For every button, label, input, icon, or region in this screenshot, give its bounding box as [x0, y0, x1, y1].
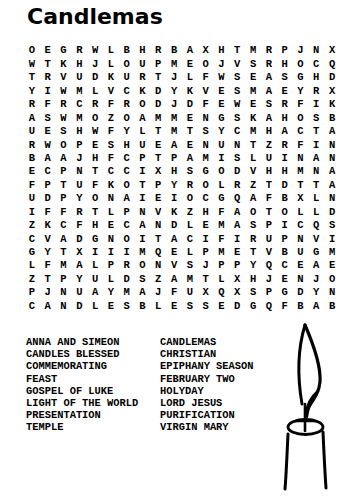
- grid-cell: O: [182, 192, 198, 205]
- grid-cell: H: [261, 165, 277, 178]
- grid-cell: S: [324, 219, 340, 232]
- grid-cell: V: [261, 246, 277, 259]
- candle-body-right: [323, 432, 326, 488]
- grid-cell: C: [119, 219, 135, 232]
- grid-cell: D: [229, 299, 245, 312]
- grid-cell: P: [56, 272, 72, 285]
- grid-cell: K: [103, 178, 119, 191]
- grid-cell: O: [198, 57, 214, 70]
- grid-cell: S: [135, 272, 151, 285]
- grid-cell: E: [198, 219, 214, 232]
- worksheet-page: { "game": "word-search", "title": "Candl…: [0, 0, 353, 500]
- grid-cell: E: [40, 125, 56, 138]
- grid-cell: A: [245, 192, 261, 205]
- grid-cell: Z: [24, 272, 40, 285]
- grid-cell: L: [87, 84, 103, 97]
- grid-cell: Y: [293, 84, 309, 97]
- word-list-item: LIGHT OF THE WORLD: [26, 397, 138, 409]
- grid-cell: L: [103, 57, 119, 70]
- grid-cell: K: [103, 71, 119, 84]
- grid-cell: A: [56, 152, 72, 165]
- grid-cell: P: [261, 286, 277, 299]
- grid-cell: A: [71, 259, 87, 272]
- grid-cell: F: [214, 232, 230, 245]
- grid-cell: Q: [261, 259, 277, 272]
- grid-cell: F: [166, 286, 182, 299]
- grid-cell: H: [277, 111, 293, 124]
- grid-cell: P: [261, 219, 277, 232]
- grid-cell: C: [40, 165, 56, 178]
- grid-cell: F: [40, 98, 56, 111]
- grid-cell: K: [40, 219, 56, 232]
- grid-cell: X: [71, 246, 87, 259]
- grid-cell: V: [229, 57, 245, 70]
- grid-cell: C: [277, 259, 293, 272]
- grid-cell: R: [150, 44, 166, 57]
- grid-cell: N: [324, 152, 340, 165]
- grid-cell: D: [324, 205, 340, 218]
- grid-cell: A: [182, 152, 198, 165]
- grid-cell: E: [214, 84, 230, 97]
- grid-cell: X: [324, 44, 340, 57]
- grid-cell: B: [293, 299, 309, 312]
- grid-cell: K: [324, 98, 340, 111]
- grid-cell: M: [293, 165, 309, 178]
- grid-cell: L: [150, 299, 166, 312]
- grid-cell: O: [119, 232, 135, 245]
- word-list-item: CANDLES BLESSED: [26, 348, 138, 360]
- grid-cell: S: [198, 299, 214, 312]
- puzzle-title: Candlemas: [27, 4, 163, 29]
- grid-cell: I: [135, 192, 151, 205]
- grid-cell: O: [87, 111, 103, 124]
- grid-cell: J: [87, 57, 103, 70]
- grid-cell: N: [308, 44, 324, 57]
- grid-cell: Y: [119, 125, 135, 138]
- grid-cell: A: [261, 71, 277, 84]
- grid-cell: I: [24, 205, 40, 218]
- grid-cell: A: [182, 44, 198, 57]
- grid-cell: B: [119, 44, 135, 57]
- grid-cell: E: [87, 138, 103, 151]
- grid-cell: Y: [166, 84, 182, 97]
- grid-cell: U: [261, 152, 277, 165]
- grid-cell: O: [293, 57, 309, 70]
- grid-cell: D: [119, 272, 135, 285]
- grid-cell: Z: [150, 272, 166, 285]
- word-list-item: CANDLEMAS: [160, 336, 254, 348]
- grid-cell: P: [24, 286, 40, 299]
- grid-cell: M: [198, 152, 214, 165]
- grid-cell: F: [261, 192, 277, 205]
- grid-cell: S: [229, 111, 245, 124]
- grid-cell: N: [71, 165, 87, 178]
- grid-cell: J: [293, 44, 309, 57]
- grid-cell: S: [198, 125, 214, 138]
- grid-cell: L: [245, 152, 261, 165]
- grid-cell: G: [87, 232, 103, 245]
- grid-cell: D: [182, 98, 198, 111]
- grid-cell: T: [56, 246, 72, 259]
- grid-cell: A: [166, 232, 182, 245]
- grid-cell: Z: [24, 219, 40, 232]
- grid-cell: V: [103, 84, 119, 97]
- grid-cell: B: [324, 299, 340, 312]
- grid-cell: P: [103, 259, 119, 272]
- grid-cell: E: [245, 71, 261, 84]
- grid-cell: A: [229, 205, 245, 218]
- grid-cell: W: [24, 57, 40, 70]
- grid-cell: T: [87, 205, 103, 218]
- grid-cell: N: [229, 138, 245, 151]
- grid-cell: O: [135, 98, 151, 111]
- grid-cell: C: [56, 219, 72, 232]
- grid-cell: L: [308, 192, 324, 205]
- grid-cell: J: [214, 57, 230, 70]
- grid-cell: S: [56, 125, 72, 138]
- grid-cell: C: [71, 98, 87, 111]
- word-list-item: VIRGIN MARY: [160, 421, 254, 433]
- grid-cell: N: [150, 219, 166, 232]
- grid-cell: O: [245, 205, 261, 218]
- grid-cell: M: [166, 111, 182, 124]
- grid-cell: L: [135, 125, 151, 138]
- grid-cell: T: [245, 246, 261, 259]
- grid-cell: I: [119, 246, 135, 259]
- grid-cell: L: [293, 205, 309, 218]
- grid-cell: V: [198, 84, 214, 97]
- grid-cell: D: [229, 165, 245, 178]
- grid-cell: M: [324, 246, 340, 259]
- grid-cell: N: [150, 259, 166, 272]
- grid-cell: A: [308, 259, 324, 272]
- grid-cell: P: [166, 152, 182, 165]
- grid-cell: Y: [40, 246, 56, 259]
- grid-cell: P: [71, 138, 87, 151]
- grid-cell: Y: [24, 84, 40, 97]
- grid-cell: X: [198, 286, 214, 299]
- grid-cell: L: [182, 219, 198, 232]
- grid-cell: X: [229, 286, 245, 299]
- grid-cell: R: [24, 138, 40, 151]
- grid-cell: N: [56, 286, 72, 299]
- grid-cell: U: [24, 192, 40, 205]
- grid-cell: H: [198, 205, 214, 218]
- candle-flame-left-stroke: [299, 325, 305, 404]
- grid-cell: E: [182, 57, 198, 70]
- grid-cell: I: [40, 84, 56, 97]
- grid-cell: W: [229, 98, 245, 111]
- grid-cell: W: [214, 71, 230, 84]
- grid-cell: C: [103, 165, 119, 178]
- grid-cell: B: [277, 246, 293, 259]
- word-list-item: PURIFICATION: [160, 409, 254, 421]
- grid-cell: L: [103, 272, 119, 285]
- grid-cell: M: [166, 125, 182, 138]
- grid-cell: E: [166, 246, 182, 259]
- grid-cell: M: [135, 246, 151, 259]
- grid-cell: G: [293, 71, 309, 84]
- grid-cell: Z: [103, 111, 119, 124]
- grid-cell: N: [56, 299, 72, 312]
- candle-illustration: [272, 320, 353, 500]
- grid-cell: N: [324, 138, 340, 151]
- grid-cell: Y: [166, 178, 182, 191]
- grid-cell: U: [71, 286, 87, 299]
- grid-cell: H: [277, 165, 293, 178]
- grid-cell: H: [166, 165, 182, 178]
- grid-cell: O: [87, 192, 103, 205]
- grid-cell: P: [277, 44, 293, 57]
- grid-cell: M: [71, 111, 87, 124]
- grid-cell: R: [24, 98, 40, 111]
- grid-cell: U: [24, 125, 40, 138]
- word-list-item: FEAST: [26, 373, 138, 385]
- grid-cell: C: [24, 232, 40, 245]
- grid-cell: B: [166, 44, 182, 57]
- grid-cell: J: [261, 272, 277, 285]
- grid-cell: A: [40, 152, 56, 165]
- grid-cell: S: [277, 71, 293, 84]
- grid-cell: S: [229, 152, 245, 165]
- grid-cell: W: [40, 138, 56, 151]
- word-list-left: ANNA AND SIMEONCANDLES BLESSEDCOMMEMORAT…: [26, 336, 138, 434]
- grid-cell: I: [277, 152, 293, 165]
- grid-cell: M: [245, 84, 261, 97]
- grid-cell: F: [24, 178, 40, 191]
- grid-cell: L: [214, 178, 230, 191]
- grid-cell: I: [308, 98, 324, 111]
- grid-cell: T: [150, 71, 166, 84]
- grid-cell: G: [24, 246, 40, 259]
- grid-cell: C: [24, 299, 40, 312]
- grid-cell: Q: [324, 57, 340, 70]
- grid-cell: M: [150, 111, 166, 124]
- grid-cell: H: [87, 219, 103, 232]
- grid-cell: C: [119, 152, 135, 165]
- grid-cell: N: [103, 232, 119, 245]
- grid-cell: J: [71, 152, 87, 165]
- word-list-item: CHRISTIAN: [160, 348, 254, 360]
- grid-cell: Z: [261, 138, 277, 151]
- grid-cell: E: [293, 259, 309, 272]
- grid-cell: U: [119, 71, 135, 84]
- grid-cell: G: [308, 246, 324, 259]
- grid-cell: A: [40, 299, 56, 312]
- grid-cell: T: [245, 138, 261, 151]
- grid-cell: T: [135, 178, 151, 191]
- grid-cell: T: [150, 232, 166, 245]
- grid-cell: D: [71, 299, 87, 312]
- grid-cell: T: [150, 125, 166, 138]
- grid-cell: U: [87, 272, 103, 285]
- grid-cell: E: [229, 246, 245, 259]
- grid-cell: P: [40, 178, 56, 191]
- grid-cell: K: [182, 84, 198, 97]
- grid-cell: E: [277, 84, 293, 97]
- grid-cell: L: [214, 272, 230, 285]
- grid-cell: A: [324, 178, 340, 191]
- grid-cell: N: [198, 111, 214, 124]
- grid-cell: T: [261, 205, 277, 218]
- grid-cell: B: [24, 152, 40, 165]
- grid-cell: X: [229, 272, 245, 285]
- grid-cell: E: [103, 299, 119, 312]
- grid-cell: R: [56, 98, 72, 111]
- grid-cell: M: [71, 84, 87, 97]
- grid-cell: X: [150, 165, 166, 178]
- grid-cell: I: [277, 219, 293, 232]
- grid-cell: P: [135, 152, 151, 165]
- grid-cell: S: [229, 84, 245, 97]
- grid-cell: T: [56, 178, 72, 191]
- grid-cell: A: [135, 219, 151, 232]
- grid-cell: I: [198, 232, 214, 245]
- grid-cell: S: [182, 165, 198, 178]
- grid-cell: K: [56, 57, 72, 70]
- grid-cell: T: [40, 57, 56, 70]
- grid-cell: R: [71, 205, 87, 218]
- grid-cell: A: [261, 84, 277, 97]
- grid-cell: E: [182, 138, 198, 151]
- word-list-item: PRESENTATION: [26, 409, 138, 421]
- grid-cell: T: [24, 71, 40, 84]
- grid-cell: G: [56, 44, 72, 57]
- grid-cell: E: [214, 98, 230, 111]
- grid-cell: G: [198, 165, 214, 178]
- grid-cell: C: [229, 125, 245, 138]
- word-list-item: ANNA AND SIMEON: [26, 336, 138, 348]
- grid-cell: D: [150, 98, 166, 111]
- grid-cell: R: [119, 259, 135, 272]
- grid-cell: G: [214, 111, 230, 124]
- grid-cell: E: [24, 165, 40, 178]
- grid-cell: L: [182, 71, 198, 84]
- grid-cell: I: [87, 246, 103, 259]
- grid-cell: W: [56, 111, 72, 124]
- grid-cell: S: [245, 57, 261, 70]
- grid-cell: L: [24, 259, 40, 272]
- grid-cell: B: [135, 299, 151, 312]
- grid-cell: O: [119, 178, 135, 191]
- grid-cell: N: [293, 232, 309, 245]
- grid-cell: C: [293, 125, 309, 138]
- grid-cell: V: [308, 232, 324, 245]
- grid-cell: K: [135, 84, 151, 97]
- grid-cell: S: [229, 71, 245, 84]
- grid-cell: T: [87, 165, 103, 178]
- grid-cell: S: [261, 98, 277, 111]
- grid-cell: F: [87, 178, 103, 191]
- grid-cell: T: [198, 272, 214, 285]
- word-list-item: GOSPEL OF LUKE: [26, 385, 138, 397]
- grid-cell: Y: [214, 125, 230, 138]
- grid-cell: R: [135, 71, 151, 84]
- grid-cell: Y: [71, 272, 87, 285]
- candle-body-left: [285, 434, 288, 489]
- grid-cell: N: [293, 152, 309, 165]
- grid-cell: F: [293, 98, 309, 111]
- grid-cell: G: [214, 192, 230, 205]
- grid-cell: O: [293, 111, 309, 124]
- grid-cell: M: [119, 286, 135, 299]
- grid-cell: R: [261, 44, 277, 57]
- grid-cell: R: [182, 178, 198, 191]
- grid-cell: L: [103, 44, 119, 57]
- grid-cell: C: [119, 84, 135, 97]
- grid-cell: G: [277, 286, 293, 299]
- grid-cell: R: [308, 84, 324, 97]
- grid-cell: O: [135, 259, 151, 272]
- grid-cell: M: [214, 219, 230, 232]
- grid-cell: S: [119, 299, 135, 312]
- grid-cell: O: [24, 44, 40, 57]
- grid-cell: A: [308, 152, 324, 165]
- grid-cell: W: [87, 44, 103, 57]
- word-list-item: COMMEMORATING: [26, 360, 138, 372]
- grid-cell: A: [56, 232, 72, 245]
- grid-cell: C: [293, 219, 309, 232]
- grid-cell: A: [324, 165, 340, 178]
- grid-cell: O: [198, 178, 214, 191]
- grid-cell: F: [103, 98, 119, 111]
- grid-cell: E: [166, 299, 182, 312]
- grid-cell: O: [277, 205, 293, 218]
- grid-cell: O: [119, 57, 135, 70]
- grid-cell: M: [166, 57, 182, 70]
- word-list-right: CANDLEMASCHRISTIANEPIPHANY SEASONFEBRUAR…: [160, 336, 254, 434]
- grid-cell: X: [293, 192, 309, 205]
- grid-cell: T: [293, 178, 309, 191]
- grid-cell: U: [135, 57, 151, 70]
- grid-cell: Q: [214, 286, 230, 299]
- grid-cell: C: [308, 57, 324, 70]
- grid-cell: F: [56, 205, 72, 218]
- grid-cell: D: [324, 71, 340, 84]
- word-list-item: HOLYDAY: [160, 385, 254, 397]
- grid-cell: N: [293, 272, 309, 285]
- grid-cell: N: [103, 192, 119, 205]
- grid-cell: S: [245, 286, 261, 299]
- grid-cell: I: [166, 192, 182, 205]
- grid-cell: D: [87, 71, 103, 84]
- grid-cell: W: [87, 125, 103, 138]
- grid-cell: S: [308, 111, 324, 124]
- grid-cell: O: [119, 111, 135, 124]
- grid-cell: F: [293, 138, 309, 151]
- grid-cell: E: [214, 299, 230, 312]
- grid-cell: N: [135, 205, 151, 218]
- grid-cell: A: [87, 286, 103, 299]
- grid-cell: Q: [261, 299, 277, 312]
- grid-cell: P: [198, 246, 214, 259]
- grid-cell: M: [182, 272, 198, 285]
- word-list-item: LORD JESUS: [160, 397, 254, 409]
- grid-cell: H: [87, 152, 103, 165]
- grid-cell: F: [40, 205, 56, 218]
- grid-cell: C: [182, 232, 198, 245]
- grid-cell: A: [135, 111, 151, 124]
- grid-cell: L: [87, 259, 103, 272]
- grid-cell: R: [87, 98, 103, 111]
- grid-cell: A: [308, 299, 324, 312]
- grid-cell: A: [166, 272, 182, 285]
- grid-cell: S: [103, 138, 119, 151]
- grid-cell: P: [56, 165, 72, 178]
- grid-cell: K: [245, 111, 261, 124]
- grid-cell: P: [56, 192, 72, 205]
- grid-cell: E: [182, 111, 198, 124]
